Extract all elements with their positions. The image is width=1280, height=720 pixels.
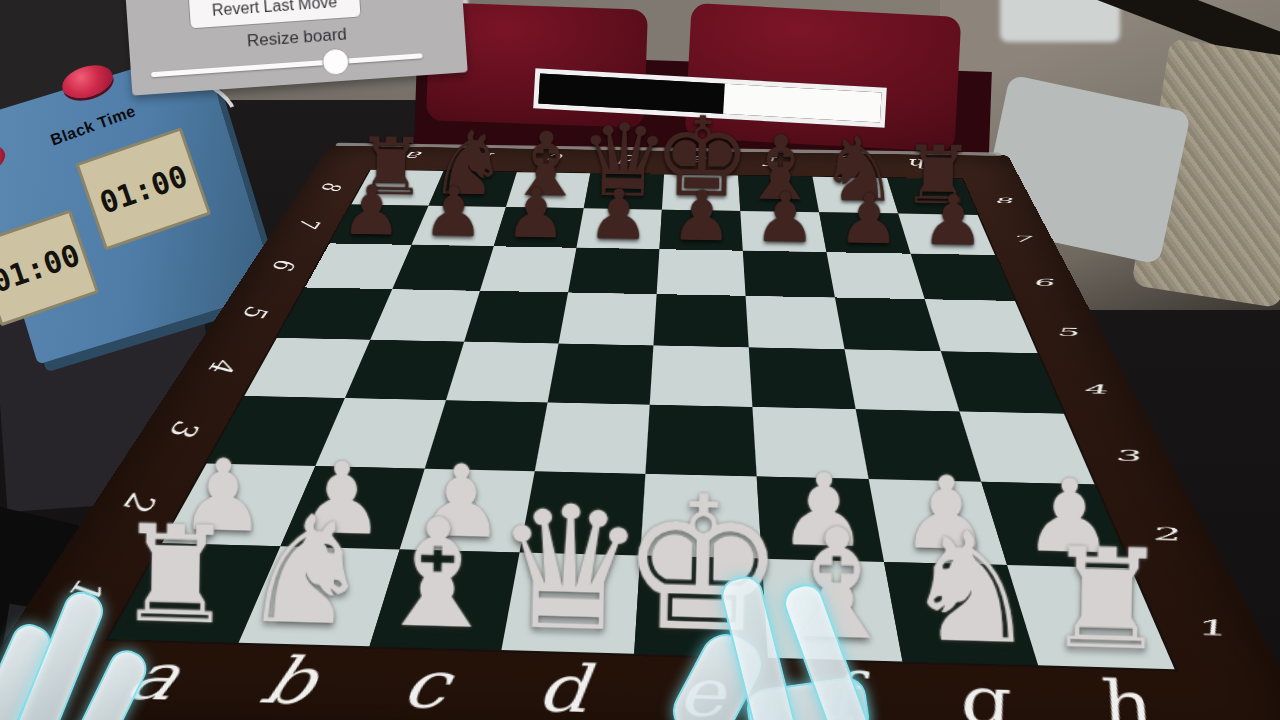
- coordinate-label-6-rank-right: 6: [1029, 277, 1055, 289]
- square-d6[interactable]: [568, 248, 659, 294]
- square-e6[interactable]: [657, 249, 746, 296]
- coordinate-label-c-file-far: c: [548, 151, 566, 165]
- coordinate-label-7-rank-left: 7: [290, 218, 328, 228]
- white-rook-h1[interactable]: ♜: [1043, 533, 1170, 667]
- black-pawn-b7[interactable]: ♟: [423, 179, 485, 245]
- white-furniture: [1000, 0, 1120, 42]
- black-pawn-a7[interactable]: ♟: [341, 178, 403, 244]
- black-pawn-f7[interactable]: ♟: [754, 185, 817, 251]
- square-f7[interactable]: ♟: [740, 211, 826, 252]
- square-b4[interactable]: [345, 340, 464, 401]
- square-c4[interactable]: [446, 342, 559, 403]
- square-a5[interactable]: [277, 287, 392, 339]
- board-grid: ♜♞♝♛♚♝♞♜♟♟♟♟♟♟♟♟♟♟♟♟♟♟♜♞♝♛♚♝♞♜: [109, 170, 1175, 669]
- square-f6[interactable]: [743, 251, 835, 298]
- square-h7[interactable]: ♟: [898, 214, 995, 256]
- square-f5[interactable]: [746, 296, 845, 350]
- coordinate-label-h-file-near: h: [1081, 667, 1161, 720]
- square-h5[interactable]: [925, 299, 1038, 353]
- slider-track[interactable]: [151, 53, 423, 77]
- square-e4[interactable]: [650, 345, 753, 406]
- square-g6[interactable]: [827, 252, 925, 299]
- square-d1[interactable]: ♛: [501, 553, 640, 654]
- square-b6[interactable]: [392, 245, 494, 291]
- square-d5[interactable]: [559, 292, 657, 345]
- square-c6[interactable]: [480, 246, 576, 292]
- square-e7[interactable]: ♟: [659, 210, 742, 251]
- slider-handle[interactable]: [321, 47, 350, 76]
- coordinate-label-8-rank-left: 8: [314, 182, 350, 191]
- square-g1[interactable]: ♞: [884, 562, 1038, 665]
- coordinate-label-1-rank-right: 1: [1188, 615, 1231, 641]
- white-queen-d1[interactable]: ♛: [492, 486, 648, 652]
- square-g5[interactable]: [835, 297, 941, 351]
- white-knight-g1[interactable]: ♞: [901, 515, 1041, 663]
- black-pawn-e7[interactable]: ♟: [670, 183, 733, 249]
- coordinate-label-7-rank-right: 7: [1009, 234, 1033, 244]
- coordinate-label-4-rank-right: 4: [1078, 381, 1109, 396]
- left-hand: [0, 560, 170, 720]
- coordinate-label-f-file-far: f: [768, 154, 780, 168]
- coordinate-label-5-rank-left: 5: [234, 304, 278, 318]
- coordinate-label-e-file-far: e: [693, 153, 709, 167]
- coordinate-label-b-file-near: b: [251, 644, 328, 720]
- black-pawn-g7[interactable]: ♟: [837, 186, 900, 253]
- square-h6[interactable]: [911, 254, 1015, 301]
- coordinate-label-6-rank-left: 6: [264, 258, 305, 270]
- white-bishop-c1[interactable]: ♝: [369, 502, 505, 648]
- coordinate-label-c-file-near: c: [394, 648, 456, 720]
- white-knight-b1[interactable]: ♞: [239, 499, 374, 644]
- coordinate-label-3-rank-left: 3: [159, 418, 211, 436]
- black-pawn-h7[interactable]: ♟: [921, 187, 985, 254]
- black-pawn-d7[interactable]: ♟: [587, 182, 650, 248]
- square-f4[interactable]: [749, 347, 856, 409]
- coordinate-label-g-file-far: g: [836, 155, 857, 169]
- coordinate-label-d-file-near: d: [533, 651, 592, 720]
- coordinate-label-4-rank-left: 4: [199, 357, 247, 373]
- vr-chess-scene: Black Time 01:00 01:00 ♜♞♝♛♚♝♞♜♟♟♟♟♟♟♟♟♟…: [0, 0, 1280, 720]
- coordinate-label-g-file-near: g: [946, 663, 1016, 720]
- square-c7[interactable]: ♟: [494, 207, 584, 248]
- square-h4[interactable]: [941, 351, 1064, 413]
- black-pawn-c7[interactable]: ♟: [505, 181, 567, 247]
- square-c5[interactable]: [464, 291, 568, 344]
- square-g7[interactable]: ♟: [819, 212, 911, 253]
- coordinate-label-5-rank-right: 5: [1052, 325, 1080, 338]
- right-hand: [678, 575, 898, 720]
- coordinate-label-8-rank-right: 8: [991, 196, 1014, 205]
- square-e5[interactable]: [653, 294, 748, 347]
- coordinate-label-d-file-far: d: [620, 152, 639, 166]
- square-d7[interactable]: ♟: [576, 208, 661, 249]
- square-b7[interactable]: ♟: [411, 206, 505, 247]
- square-d4[interactable]: [548, 344, 654, 405]
